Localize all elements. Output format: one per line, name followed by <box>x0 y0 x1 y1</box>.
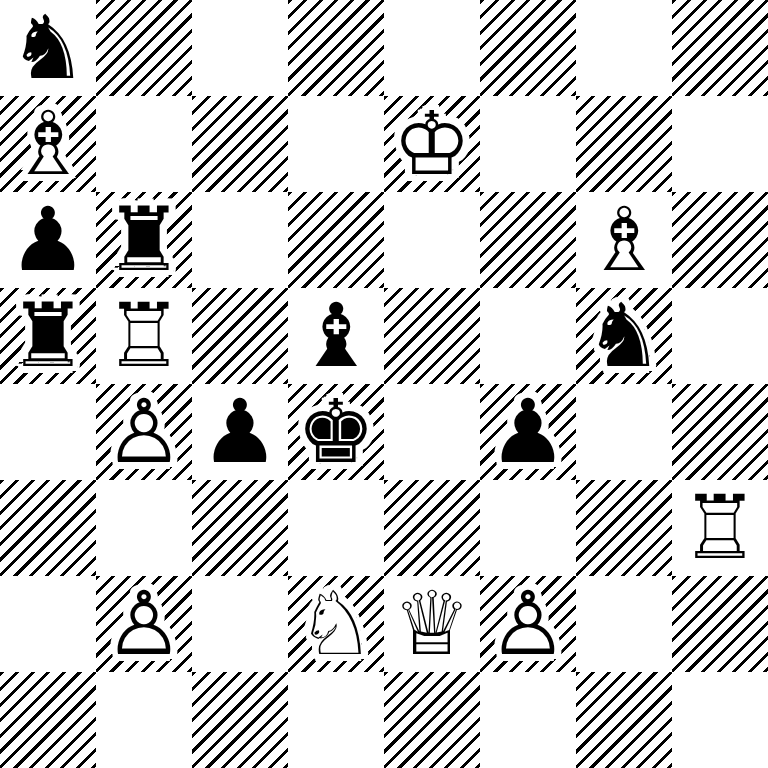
square-f1[interactable] <box>480 672 576 768</box>
white-knight-outline: ♘ <box>288 576 384 672</box>
black-king[interactable]: ♚ <box>288 384 384 480</box>
white-rook-outline: ♖ <box>96 288 192 384</box>
black-rook-body: ♜ <box>0 288 96 384</box>
square-f5[interactable] <box>480 288 576 384</box>
black-rook[interactable]: ♜ <box>96 192 192 288</box>
black-pawn[interactable]: ♟ <box>0 192 96 288</box>
square-g8[interactable] <box>576 0 672 96</box>
square-a7[interactable]: ♝♗ <box>0 96 96 192</box>
square-g4[interactable] <box>576 384 672 480</box>
square-f7[interactable] <box>480 96 576 192</box>
black-king-body: ♚ <box>288 384 384 480</box>
square-c3[interactable] <box>192 480 288 576</box>
white-queen[interactable]: ♛♕ <box>384 576 480 672</box>
black-rook[interactable]: ♜ <box>0 288 96 384</box>
square-h5[interactable] <box>672 288 768 384</box>
square-g5[interactable]: ♞ <box>576 288 672 384</box>
square-a3[interactable] <box>0 480 96 576</box>
square-e1[interactable] <box>384 672 480 768</box>
square-f6[interactable] <box>480 192 576 288</box>
square-b3[interactable] <box>96 480 192 576</box>
square-f4[interactable]: ♟ <box>480 384 576 480</box>
white-pawn[interactable]: ♟♙ <box>480 576 576 672</box>
white-king-outline: ♔ <box>384 96 480 192</box>
black-knight-body: ♞ <box>576 288 672 384</box>
square-f2[interactable]: ♟♙ <box>480 576 576 672</box>
square-c7[interactable] <box>192 96 288 192</box>
square-g3[interactable] <box>576 480 672 576</box>
black-knight-body: ♞ <box>0 0 96 96</box>
white-pawn-outline: ♙ <box>96 576 192 672</box>
white-knight[interactable]: ♞♘ <box>288 576 384 672</box>
white-bishop-outline: ♗ <box>0 96 96 192</box>
white-pawn[interactable]: ♟♙ <box>96 384 192 480</box>
square-b1[interactable] <box>96 672 192 768</box>
square-c5[interactable] <box>192 288 288 384</box>
black-knight[interactable]: ♞ <box>576 288 672 384</box>
square-d3[interactable] <box>288 480 384 576</box>
white-king[interactable]: ♚♔ <box>384 96 480 192</box>
square-c4[interactable]: ♟ <box>192 384 288 480</box>
square-c8[interactable] <box>192 0 288 96</box>
black-pawn[interactable]: ♟ <box>192 384 288 480</box>
square-d5[interactable]: ♝ <box>288 288 384 384</box>
square-g7[interactable] <box>576 96 672 192</box>
square-d7[interactable] <box>288 96 384 192</box>
white-bishop-outline: ♗ <box>576 192 672 288</box>
black-bishop-body: ♝ <box>288 288 384 384</box>
white-pawn-outline: ♙ <box>96 384 192 480</box>
white-pawn-outline: ♙ <box>480 576 576 672</box>
square-d1[interactable] <box>288 672 384 768</box>
square-g2[interactable] <box>576 576 672 672</box>
white-rook-outline: ♖ <box>672 480 768 576</box>
square-g1[interactable] <box>576 672 672 768</box>
square-h7[interactable] <box>672 96 768 192</box>
square-e5[interactable] <box>384 288 480 384</box>
square-d4[interactable]: ♚ <box>288 384 384 480</box>
square-a1[interactable] <box>0 672 96 768</box>
white-queen-outline: ♕ <box>384 576 480 672</box>
square-e2[interactable]: ♛♕ <box>384 576 480 672</box>
square-b5[interactable]: ♜♖ <box>96 288 192 384</box>
white-bishop[interactable]: ♝♗ <box>0 96 96 192</box>
square-e7[interactable]: ♚♔ <box>384 96 480 192</box>
square-d2[interactable]: ♞♘ <box>288 576 384 672</box>
square-d6[interactable] <box>288 192 384 288</box>
black-pawn-body: ♟ <box>0 192 96 288</box>
square-g6[interactable]: ♝♗ <box>576 192 672 288</box>
square-b6[interactable]: ♜ <box>96 192 192 288</box>
square-h3[interactable]: ♜♖ <box>672 480 768 576</box>
square-a4[interactable] <box>0 384 96 480</box>
square-a5[interactable]: ♜ <box>0 288 96 384</box>
square-e6[interactable] <box>384 192 480 288</box>
square-e3[interactable] <box>384 480 480 576</box>
square-e8[interactable] <box>384 0 480 96</box>
square-h1[interactable] <box>672 672 768 768</box>
black-bishop[interactable]: ♝ <box>288 288 384 384</box>
square-b7[interactable] <box>96 96 192 192</box>
square-h2[interactable] <box>672 576 768 672</box>
square-f3[interactable] <box>480 480 576 576</box>
square-b8[interactable] <box>96 0 192 96</box>
square-c1[interactable] <box>192 672 288 768</box>
black-pawn-body: ♟ <box>192 384 288 480</box>
black-pawn[interactable]: ♟ <box>480 384 576 480</box>
square-d8[interactable] <box>288 0 384 96</box>
white-pawn[interactable]: ♟♙ <box>96 576 192 672</box>
square-c6[interactable] <box>192 192 288 288</box>
square-f8[interactable] <box>480 0 576 96</box>
square-b2[interactable]: ♟♙ <box>96 576 192 672</box>
white-rook[interactable]: ♜♖ <box>96 288 192 384</box>
square-a2[interactable] <box>0 576 96 672</box>
black-rook-body: ♜ <box>96 192 192 288</box>
square-h6[interactable] <box>672 192 768 288</box>
square-a6[interactable]: ♟ <box>0 192 96 288</box>
chess-board: ♞♝♗♚♔♟♜♝♗♜♜♖♝♞♟♙♟♚♟♜♖♟♙♞♘♛♕♟♙ <box>0 0 768 768</box>
black-knight[interactable]: ♞ <box>0 0 96 96</box>
square-a8[interactable]: ♞ <box>0 0 96 96</box>
square-h4[interactable] <box>672 384 768 480</box>
white-rook[interactable]: ♜♖ <box>672 480 768 576</box>
square-h8[interactable] <box>672 0 768 96</box>
square-b4[interactable]: ♟♙ <box>96 384 192 480</box>
square-c2[interactable] <box>192 576 288 672</box>
black-pawn-body: ♟ <box>480 384 576 480</box>
white-bishop[interactable]: ♝♗ <box>576 192 672 288</box>
square-e4[interactable] <box>384 384 480 480</box>
